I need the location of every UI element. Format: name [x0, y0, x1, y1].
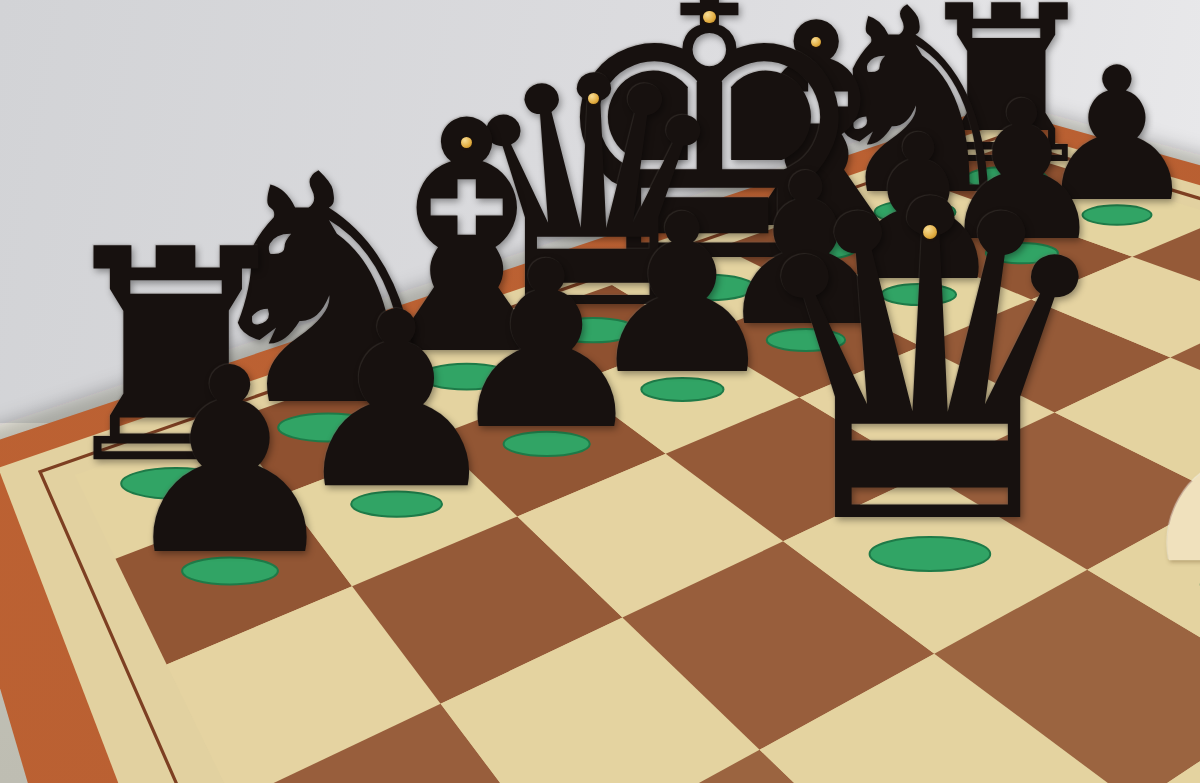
- felt-e8: [664, 275, 755, 300]
- felt-f8: [776, 237, 857, 260]
- felt-c7: [504, 432, 590, 456]
- felt-b7: [351, 491, 442, 516]
- felt-h7: [1083, 205, 1152, 224]
- chess-set-photo: ♜♞♝♛♚♝♞♜♟♟♟♟♟♟♟♟♛♟: [0, 0, 1200, 783]
- felt-g7: [986, 243, 1058, 263]
- felt-d7: [641, 378, 723, 401]
- felt-g8: [875, 201, 956, 224]
- felt-b8: [278, 414, 378, 442]
- chess-board: [0, 0, 1200, 783]
- felt-h8: [966, 167, 1047, 190]
- felt-c8: [421, 364, 513, 390]
- felt-e7: [767, 329, 845, 351]
- felt-a8: [121, 468, 231, 499]
- felt-a7: [182, 558, 278, 585]
- felt-d8: [550, 318, 637, 342]
- felt-d5: [870, 537, 991, 571]
- felt-f7: [881, 284, 956, 305]
